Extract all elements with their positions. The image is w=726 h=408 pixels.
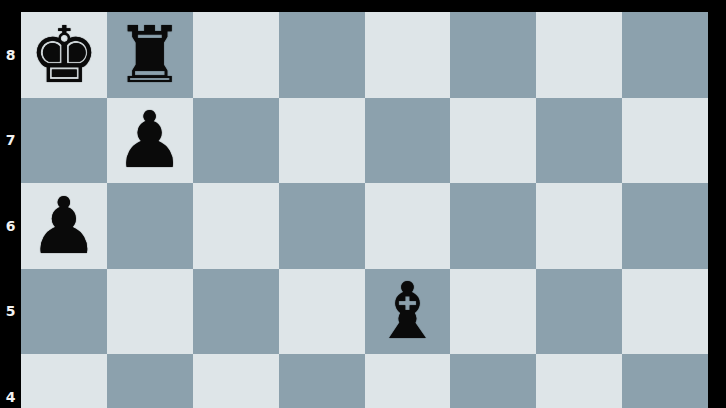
square-f5[interactable]	[450, 269, 536, 355]
square-d7[interactable]	[279, 98, 365, 184]
board-top-border	[0, 0, 726, 12]
square-g8[interactable]	[536, 12, 622, 98]
square-c6[interactable]	[193, 183, 279, 269]
square-e5[interactable]: ♝	[365, 269, 451, 355]
square-d6[interactable]	[279, 183, 365, 269]
rank-label-7: 7	[0, 132, 21, 148]
square-a4[interactable]	[21, 354, 107, 408]
black-pawn-piece[interactable]: ♟	[115, 101, 185, 179]
square-d4[interactable]	[279, 354, 365, 408]
square-a6[interactable]: ♟	[21, 183, 107, 269]
square-b6[interactable]	[107, 183, 193, 269]
square-e6[interactable]	[365, 183, 451, 269]
square-a7[interactable]	[21, 98, 107, 184]
square-g5[interactable]	[536, 269, 622, 355]
square-f8[interactable]	[450, 12, 536, 98]
square-c7[interactable]	[193, 98, 279, 184]
rank-label-8: 8	[0, 47, 21, 63]
square-e4[interactable]	[365, 354, 451, 408]
black-pawn-piece[interactable]: ♟	[29, 187, 99, 265]
square-a5[interactable]	[21, 269, 107, 355]
square-b8[interactable]: ♜	[107, 12, 193, 98]
square-c8[interactable]	[193, 12, 279, 98]
square-h4[interactable]	[622, 354, 708, 408]
square-b4[interactable]	[107, 354, 193, 408]
square-c5[interactable]	[193, 269, 279, 355]
square-f7[interactable]	[450, 98, 536, 184]
square-e7[interactable]	[365, 98, 451, 184]
rank-coordinates-strip: 87654	[0, 0, 21, 408]
square-h5[interactable]	[622, 269, 708, 355]
square-f6[interactable]	[450, 183, 536, 269]
rank-label-4: 4	[0, 389, 21, 405]
chess-board: ♚♜♟♟♝	[21, 12, 708, 408]
square-d5[interactable]	[279, 269, 365, 355]
rank-label-5: 5	[0, 303, 21, 319]
square-g6[interactable]	[536, 183, 622, 269]
square-d8[interactable]	[279, 12, 365, 98]
square-c4[interactable]	[193, 354, 279, 408]
square-g7[interactable]	[536, 98, 622, 184]
square-b5[interactable]	[107, 269, 193, 355]
square-h6[interactable]	[622, 183, 708, 269]
rank-label-6: 6	[0, 218, 21, 234]
square-h7[interactable]	[622, 98, 708, 184]
black-king-piece[interactable]: ♚	[29, 16, 99, 94]
black-bishop-piece[interactable]: ♝	[372, 272, 442, 350]
chess-board-viewport: ♚♜♟♟♝ 87654	[0, 0, 726, 408]
square-b7[interactable]: ♟	[107, 98, 193, 184]
square-h8[interactable]	[622, 12, 708, 98]
square-g4[interactable]	[536, 354, 622, 408]
square-f4[interactable]	[450, 354, 536, 408]
square-a8[interactable]: ♚	[21, 12, 107, 98]
square-e8[interactable]	[365, 12, 451, 98]
black-rook-piece[interactable]: ♜	[115, 16, 185, 94]
